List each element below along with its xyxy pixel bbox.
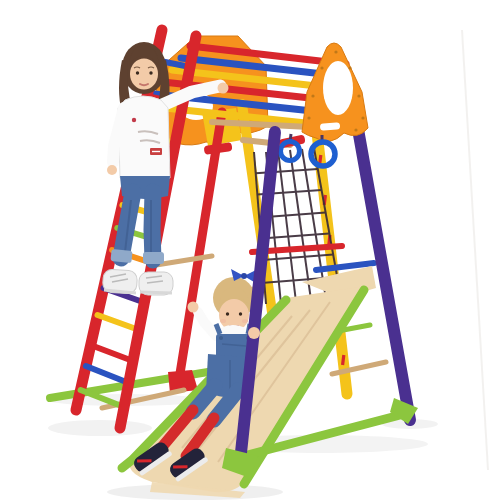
girl-jeans-right-leg [152, 192, 153, 260]
girl-right-hand [218, 83, 229, 94]
toddler-right-hand [188, 302, 199, 313]
toddler-left-hand [248, 327, 260, 339]
climbing-frame-scene [0, 0, 500, 500]
gable-hole [323, 61, 353, 115]
girl-jeans-cuff [110, 249, 132, 263]
girl-jeans-cuff [143, 252, 164, 264]
product-photo: Two young children playing on a colourfu… [0, 0, 500, 500]
girl-left-hand [107, 165, 117, 175]
